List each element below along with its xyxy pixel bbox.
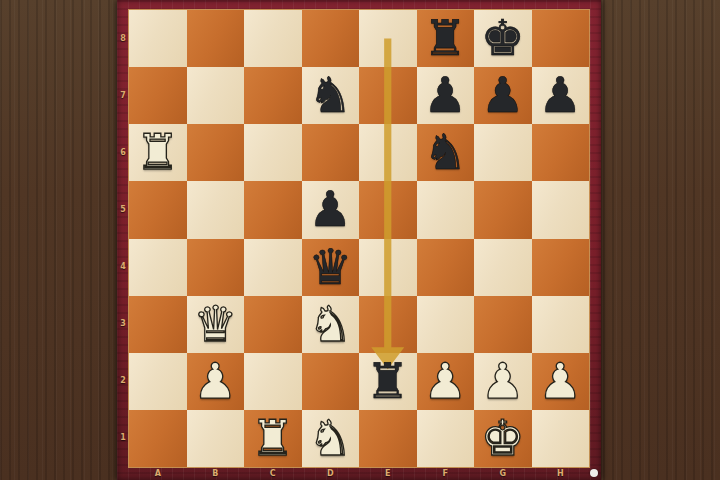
square-f7[interactable]: ♟ (417, 67, 475, 124)
square-a7[interactable] (129, 67, 187, 124)
square-a4[interactable] (129, 239, 187, 296)
square-e8[interactable] (359, 10, 417, 67)
piece-black-pawn[interactable]: ♟ (481, 67, 525, 124)
square-c8[interactable] (244, 10, 302, 67)
rank-label-2: 2 (117, 376, 129, 385)
square-c6[interactable] (244, 124, 302, 181)
square-b1[interactable] (187, 410, 245, 467)
square-h1[interactable] (532, 410, 590, 467)
piece-black-rook[interactable]: ♜ (366, 353, 410, 410)
square-a1[interactable] (129, 410, 187, 467)
square-c3[interactable] (244, 296, 302, 353)
file-label-g: G (474, 469, 532, 478)
square-h4[interactable] (532, 239, 590, 296)
chess-board[interactable]: ♜♚♞♟♟♟♜♞♟♛♛♞♟♜♟♟♟♜♞♚ (129, 10, 589, 467)
square-h6[interactable] (532, 124, 590, 181)
square-e4[interactable] (359, 239, 417, 296)
piece-white-rook[interactable]: ♜ (251, 410, 295, 467)
rank-label-5: 5 (117, 205, 129, 214)
square-h8[interactable] (532, 10, 590, 67)
square-e1[interactable] (359, 410, 417, 467)
square-b5[interactable] (187, 181, 245, 238)
square-d6[interactable] (302, 124, 360, 181)
square-b7[interactable] (187, 67, 245, 124)
file-label-h: H (532, 469, 590, 478)
square-g1[interactable]: ♚ (474, 410, 532, 467)
square-g7[interactable]: ♟ (474, 67, 532, 124)
square-e6[interactable] (359, 124, 417, 181)
piece-white-pawn[interactable]: ♟ (423, 353, 467, 410)
square-d5[interactable]: ♟ (302, 181, 360, 238)
square-b3[interactable]: ♛ (187, 296, 245, 353)
rank-label-4: 4 (117, 262, 129, 271)
piece-black-knight[interactable]: ♞ (423, 124, 467, 181)
square-e5[interactable] (359, 181, 417, 238)
square-d2[interactable] (302, 353, 360, 410)
square-c7[interactable] (244, 67, 302, 124)
piece-white-pawn[interactable]: ♟ (538, 353, 582, 410)
square-h7[interactable]: ♟ (532, 67, 590, 124)
square-c4[interactable] (244, 239, 302, 296)
square-c1[interactable]: ♜ (244, 410, 302, 467)
square-b6[interactable] (187, 124, 245, 181)
rank-label-3: 3 (117, 319, 129, 328)
piece-white-king[interactable]: ♚ (481, 410, 525, 467)
square-g8[interactable]: ♚ (474, 10, 532, 67)
piece-white-knight[interactable]: ♞ (308, 296, 352, 353)
rank-label-6: 6 (117, 148, 129, 157)
table-background: 87654321 ABCDEFGH ♜♚♞♟♟♟♜♞♟♛♛♞♟♜♟♟♟♜♞♚ (0, 0, 720, 480)
piece-black-pawn[interactable]: ♟ (538, 67, 582, 124)
file-label-b: B (187, 469, 245, 478)
file-label-f: F (417, 469, 475, 478)
rank-label-7: 7 (117, 91, 129, 100)
piece-white-pawn[interactable]: ♟ (481, 353, 525, 410)
square-h3[interactable] (532, 296, 590, 353)
square-f3[interactable] (417, 296, 475, 353)
square-h5[interactable] (532, 181, 590, 238)
square-g3[interactable] (474, 296, 532, 353)
piece-black-pawn[interactable]: ♟ (423, 67, 467, 124)
square-a2[interactable] (129, 353, 187, 410)
square-d4[interactable]: ♛ (302, 239, 360, 296)
rank-label-1: 1 (117, 433, 129, 442)
square-f2[interactable]: ♟ (417, 353, 475, 410)
square-c5[interactable] (244, 181, 302, 238)
file-label-c: C (244, 469, 302, 478)
file-label-d: D (302, 469, 360, 478)
piece-white-knight[interactable]: ♞ (308, 410, 352, 467)
square-g6[interactable] (474, 124, 532, 181)
piece-black-king[interactable]: ♚ (481, 10, 525, 67)
square-d1[interactable]: ♞ (302, 410, 360, 467)
rank-label-8: 8 (117, 34, 129, 43)
piece-white-pawn[interactable]: ♟ (193, 353, 237, 410)
square-f1[interactable] (417, 410, 475, 467)
piece-black-knight[interactable]: ♞ (308, 67, 352, 124)
square-c2[interactable] (244, 353, 302, 410)
square-b2[interactable]: ♟ (187, 353, 245, 410)
square-a5[interactable] (129, 181, 187, 238)
square-d3[interactable]: ♞ (302, 296, 360, 353)
piece-black-rook[interactable]: ♜ (423, 10, 467, 67)
square-d8[interactable] (302, 10, 360, 67)
piece-black-queen[interactable]: ♛ (308, 239, 352, 296)
square-f6[interactable]: ♞ (417, 124, 475, 181)
square-e3[interactable] (359, 296, 417, 353)
square-f5[interactable] (417, 181, 475, 238)
file-label-a: A (129, 469, 187, 478)
square-a6[interactable]: ♜ (129, 124, 187, 181)
square-g2[interactable]: ♟ (474, 353, 532, 410)
square-g5[interactable] (474, 181, 532, 238)
square-b8[interactable] (187, 10, 245, 67)
piece-white-queen[interactable]: ♛ (193, 296, 237, 353)
square-a3[interactable] (129, 296, 187, 353)
piece-black-pawn[interactable]: ♟ (308, 181, 352, 238)
square-a8[interactable] (129, 10, 187, 67)
square-d7[interactable]: ♞ (302, 67, 360, 124)
file-label-e: E (359, 469, 417, 478)
side-to-move-indicator (590, 469, 598, 477)
square-e2[interactable]: ♜ (359, 353, 417, 410)
square-b4[interactable] (187, 239, 245, 296)
square-g4[interactable] (474, 239, 532, 296)
square-f4[interactable] (417, 239, 475, 296)
piece-white-rook[interactable]: ♜ (136, 124, 180, 181)
square-h2[interactable]: ♟ (532, 353, 590, 410)
square-f8[interactable]: ♜ (417, 10, 475, 67)
square-e7[interactable] (359, 67, 417, 124)
